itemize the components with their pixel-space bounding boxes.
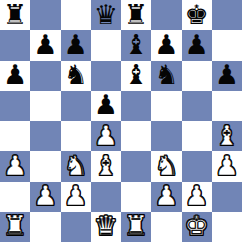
black-knight-icon[interactable]: ♞: [154, 61, 178, 88]
square-a6[interactable]: ♟: [0, 61, 30, 91]
square-d3[interactable]: ♝: [91, 151, 121, 181]
square-b4[interactable]: [30, 121, 60, 151]
square-e4[interactable]: [121, 121, 151, 151]
black-queen-icon[interactable]: ♛: [94, 1, 118, 28]
square-a4[interactable]: [0, 121, 30, 151]
white-pawn-icon[interactable]: ♟: [154, 182, 178, 209]
square-e6[interactable]: ♝: [121, 61, 151, 91]
black-king-icon[interactable]: ♚: [185, 1, 209, 28]
square-h3[interactable]: ♟: [212, 151, 242, 181]
square-d4[interactable]: ♟: [91, 121, 121, 151]
square-f1[interactable]: [151, 212, 181, 242]
square-e3[interactable]: [121, 151, 151, 181]
square-d5[interactable]: ♟: [91, 91, 121, 121]
white-king-icon[interactable]: ♚: [185, 212, 209, 239]
white-pawn-icon[interactable]: ♟: [64, 182, 88, 209]
square-e8[interactable]: ♜: [121, 0, 151, 30]
black-bishop-icon[interactable]: ♝: [124, 31, 148, 58]
square-e7[interactable]: ♝: [121, 30, 151, 60]
black-pawn-icon[interactable]: ♟: [154, 31, 178, 58]
black-rook-icon[interactable]: ♜: [3, 1, 27, 28]
square-a3[interactable]: ♟: [0, 151, 30, 181]
square-f6[interactable]: ♞: [151, 61, 181, 91]
square-g2[interactable]: ♟: [182, 182, 212, 212]
square-b2[interactable]: ♟: [30, 182, 60, 212]
square-c2[interactable]: ♟: [61, 182, 91, 212]
square-g3[interactable]: [182, 151, 212, 181]
square-f5[interactable]: [151, 91, 181, 121]
black-bishop-icon[interactable]: ♝: [124, 61, 148, 88]
white-bishop-icon[interactable]: ♝: [94, 152, 118, 179]
square-g8[interactable]: ♚: [182, 0, 212, 30]
square-g6[interactable]: [182, 61, 212, 91]
white-knight-icon[interactable]: ♞: [64, 152, 88, 179]
square-h8[interactable]: [212, 0, 242, 30]
square-c4[interactable]: [61, 121, 91, 151]
square-e5[interactable]: [121, 91, 151, 121]
white-pawn-icon[interactable]: ♟: [3, 152, 27, 179]
square-f4[interactable]: [151, 121, 181, 151]
square-g4[interactable]: [182, 121, 212, 151]
white-pawn-icon[interactable]: ♟: [215, 152, 239, 179]
square-b8[interactable]: [30, 0, 60, 30]
square-h4[interactable]: ♝: [212, 121, 242, 151]
square-h1[interactable]: [212, 212, 242, 242]
square-b7[interactable]: ♟: [30, 30, 60, 60]
square-a5[interactable]: [0, 91, 30, 121]
square-f2[interactable]: ♟: [151, 182, 181, 212]
square-g5[interactable]: [182, 91, 212, 121]
square-e2[interactable]: [121, 182, 151, 212]
square-f7[interactable]: ♟: [151, 30, 181, 60]
black-knight-icon[interactable]: ♞: [64, 61, 88, 88]
square-c3[interactable]: ♞: [61, 151, 91, 181]
black-rook-icon[interactable]: ♜: [124, 1, 148, 28]
black-pawn-icon[interactable]: ♟: [185, 31, 209, 58]
white-queen-icon[interactable]: ♛: [94, 212, 118, 239]
white-pawn-icon[interactable]: ♟: [94, 122, 118, 149]
square-f3[interactable]: ♞: [151, 151, 181, 181]
square-f8[interactable]: [151, 0, 181, 30]
square-a2[interactable]: [0, 182, 30, 212]
square-h6[interactable]: ♟: [212, 61, 242, 91]
chess-board: ♜♛♜♚♟♟♝♟♟♟♞♝♞♟♟♟♝♟♞♝♞♟♟♟♟♟♜♛♜♚: [0, 0, 242, 242]
square-b5[interactable]: [30, 91, 60, 121]
square-d8[interactable]: ♛: [91, 0, 121, 30]
square-e1[interactable]: ♜: [121, 212, 151, 242]
square-c8[interactable]: [61, 0, 91, 30]
square-b6[interactable]: [30, 61, 60, 91]
black-pawn-icon[interactable]: ♟: [33, 31, 57, 58]
square-a7[interactable]: [0, 30, 30, 60]
white-pawn-icon[interactable]: ♟: [185, 182, 209, 209]
black-pawn-icon[interactable]: ♟: [94, 91, 118, 118]
black-pawn-icon[interactable]: ♟: [215, 61, 239, 88]
square-c7[interactable]: ♟: [61, 30, 91, 60]
square-a8[interactable]: ♜: [0, 0, 30, 30]
square-h5[interactable]: [212, 91, 242, 121]
square-g1[interactable]: ♚: [182, 212, 212, 242]
square-d7[interactable]: [91, 30, 121, 60]
black-pawn-icon[interactable]: ♟: [3, 61, 27, 88]
white-knight-icon[interactable]: ♞: [154, 152, 178, 179]
square-c1[interactable]: [61, 212, 91, 242]
square-d6[interactable]: [91, 61, 121, 91]
square-c5[interactable]: [61, 91, 91, 121]
square-g7[interactable]: ♟: [182, 30, 212, 60]
square-a1[interactable]: ♜: [0, 212, 30, 242]
square-h7[interactable]: [212, 30, 242, 60]
square-b3[interactable]: [30, 151, 60, 181]
white-rook-icon[interactable]: ♜: [3, 212, 27, 239]
white-bishop-icon[interactable]: ♝: [215, 122, 239, 149]
square-h2[interactable]: [212, 182, 242, 212]
square-d2[interactable]: [91, 182, 121, 212]
black-pawn-icon[interactable]: ♟: [64, 31, 88, 58]
white-rook-icon[interactable]: ♜: [124, 212, 148, 239]
square-c6[interactable]: ♞: [61, 61, 91, 91]
white-pawn-icon[interactable]: ♟: [33, 182, 57, 209]
square-d1[interactable]: ♛: [91, 212, 121, 242]
square-b1[interactable]: [30, 212, 60, 242]
